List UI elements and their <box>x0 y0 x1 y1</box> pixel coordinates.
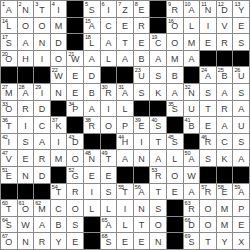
grid-cell-r5c6[interactable]: D <box>84 67 101 84</box>
grid-cell-r1c8[interactable]: 7Z <box>117 1 134 18</box>
grid-cell-r5c9[interactable]: 23U <box>134 67 151 84</box>
grid-cell-r13c14[interactable]: M <box>217 200 234 217</box>
grid-cell-r3c10[interactable]: 19C <box>150 34 167 51</box>
grid-cell-r11c3[interactable]: D <box>34 167 51 184</box>
clue-number: 57 <box>201 184 207 190</box>
grid-cell-r9c9[interactable]: I <box>134 134 151 151</box>
grid-cell-r3c4[interactable]: D <box>51 34 68 51</box>
grid-cell-r2c6[interactable]: 15A <box>84 18 101 35</box>
clue-number: 17 <box>2 34 8 40</box>
clue-number: 69 <box>185 233 191 239</box>
grid-cell-r4c8[interactable]: A <box>117 51 134 68</box>
grid-cell-r2c7[interactable]: C <box>101 18 118 35</box>
grid-cell-r13c12[interactable]: 63R <box>184 200 201 217</box>
cell-letter: A <box>105 221 111 232</box>
grid-cell-r6c12[interactable]: 32N <box>184 84 201 101</box>
grid-cell-r6c1[interactable]: 27M <box>1 84 18 101</box>
grid-cell-r6c4[interactable]: N <box>51 84 68 101</box>
cell-letter: S <box>155 122 161 133</box>
grid-cell-r8c9[interactable]: 39E <box>134 117 151 134</box>
cell-letter: W <box>21 221 30 232</box>
clue-number: 34 <box>68 101 74 107</box>
grid-cell-r10c12[interactable]: 50A <box>184 150 201 167</box>
grid-cell-r13c15[interactable]: P <box>233 200 250 217</box>
cell-letter: A <box>188 188 194 199</box>
cell-letter: B <box>56 221 62 232</box>
grid-cell-r15c3[interactable]: R <box>34 233 51 250</box>
cell-letter: K <box>56 122 62 133</box>
grid-cell-r3c11[interactable]: O <box>167 34 184 51</box>
grid-cell-r4c3[interactable]: I <box>34 51 51 68</box>
clue-number: 10 <box>185 1 191 7</box>
grid-cell-r8c8[interactable]: P <box>117 117 134 134</box>
grid-cell-r4c9[interactable]: B <box>134 51 151 68</box>
cell-letter: N <box>155 238 162 249</box>
grid-cell-r8c6[interactable]: 38R <box>84 117 101 134</box>
clue-number: 46 <box>201 134 207 140</box>
cell-letter: T <box>6 122 12 133</box>
grid-cell-r14c15[interactable]: E <box>233 217 250 234</box>
grid-cell-r11c11[interactable]: O <box>167 167 184 184</box>
cell-letter: E <box>205 122 211 133</box>
grid-cell-r9c10[interactable]: T <box>150 134 167 151</box>
grid-cell-r8c1[interactable]: 36T <box>1 117 18 134</box>
block-cell <box>84 134 101 151</box>
crossword-grid: 1A2N3T4I5S6I7Z8E9R10A11N12D13Y14LOOM15AC… <box>0 0 250 250</box>
grid-cell-r6c3[interactable]: 29I <box>34 84 51 101</box>
grid-cell-r6c13[interactable]: S <box>200 84 217 101</box>
grid-cell-r6c10[interactable]: K <box>150 84 167 101</box>
cell-letter: C <box>39 122 46 133</box>
grid-cell-r13c5[interactable]: O <box>67 200 84 217</box>
grid-cell-r3c6[interactable]: 18L <box>84 34 101 51</box>
grid-cell-r3c1[interactable]: 17S <box>1 34 18 51</box>
grid-cell-r15c8[interactable]: E <box>117 233 134 250</box>
grid-cell-r11c10[interactable]: 53R <box>150 167 167 184</box>
block-cell <box>150 1 167 18</box>
cell-letter: D <box>72 138 79 149</box>
grid-cell-r6c11[interactable]: A <box>167 84 184 101</box>
grid-cell-r7c14[interactable]: R <box>217 101 234 118</box>
grid-cell-r14c1[interactable]: 64S <box>1 217 18 234</box>
grid-cell-r6c8[interactable]: 31A <box>117 84 134 101</box>
grid-cell-r5c14[interactable]: 25B <box>217 67 234 84</box>
block-cell <box>67 117 84 134</box>
grid-cell-r9c2[interactable]: S <box>18 134 35 151</box>
cell-letter: D <box>188 221 195 232</box>
cell-letter: L <box>106 55 111 66</box>
grid-cell-r1c6[interactable]: 5S <box>84 1 101 18</box>
clue-number: 62 <box>35 200 41 206</box>
cell-letter: M <box>171 55 179 66</box>
grid-cell-r7c7[interactable]: I <box>101 101 118 118</box>
grid-cell-r14c9[interactable]: T <box>134 217 151 234</box>
grid-cell-r10c6[interactable]: 48N <box>84 150 101 167</box>
grid-cell-r8c14[interactable]: A <box>217 117 234 134</box>
grid-cell-r15c13[interactable]: T <box>200 233 217 250</box>
grid-cell-r2c4[interactable]: M <box>51 18 68 35</box>
grid-cell-r14c2[interactable]: W <box>18 217 35 234</box>
grid-cell-r2c2[interactable]: O <box>18 18 35 35</box>
grid-cell-r13c8[interactable]: I <box>117 200 134 217</box>
grid-cell-r9c4[interactable]: I <box>51 134 68 151</box>
grid-cell-r2c9[interactable]: R <box>134 18 151 35</box>
grid-cell-r10c14[interactable]: K <box>217 150 234 167</box>
cell-letter: H <box>22 55 29 66</box>
grid-cell-r3c12[interactable]: M <box>184 34 201 51</box>
grid-cell-r9c5[interactable]: 43D <box>67 134 84 151</box>
cell-letter: E <box>139 39 145 50</box>
grid-cell-r11c5[interactable]: 52G <box>67 167 84 184</box>
cell-letter: U <box>188 105 195 116</box>
cell-letter: I <box>124 205 127 216</box>
grid-cell-r10c2[interactable]: E <box>18 150 35 167</box>
grid-cell-r12c5[interactable]: R <box>67 184 84 201</box>
cell-letter: M <box>221 221 229 232</box>
cell-letter: M <box>188 39 196 50</box>
grid-cell-r4c11[interactable]: M <box>167 51 184 68</box>
block-cell <box>117 67 134 84</box>
clue-number: 68 <box>102 233 108 239</box>
grid-cell-r12c12[interactable]: A <box>184 184 201 201</box>
grid-cell-r10c10[interactable]: A <box>150 150 167 167</box>
grid-cell-r9c8[interactable]: 44H <box>117 134 134 151</box>
block-cell <box>1 67 18 84</box>
grid-cell-r15c7[interactable]: 68S <box>101 233 118 250</box>
clue-number: 13 <box>234 1 240 7</box>
grid-cell-r7c3[interactable]: D <box>34 101 51 118</box>
grid-cell-r8c4[interactable]: 37K <box>51 117 68 134</box>
grid-cell-r13c1[interactable]: 60T <box>1 200 18 217</box>
grid-cell-r4c6[interactable]: A <box>84 51 101 68</box>
grid-cell-r12c10[interactable]: T <box>150 184 167 201</box>
grid-cell-r2c15[interactable]: E <box>233 18 250 35</box>
grid-cell-r6c6[interactable]: B <box>84 84 101 101</box>
grid-cell-r12c11[interactable]: E <box>167 184 184 201</box>
cell-letter: L <box>6 22 11 33</box>
grid-cell-r2c13[interactable]: I <box>200 18 217 35</box>
grid-cell-r7c15[interactable]: A <box>233 101 250 118</box>
grid-cell-r1c9[interactable]: 8E <box>134 1 151 18</box>
block-cell <box>134 167 151 184</box>
cell-letter: K <box>155 89 161 100</box>
grid-cell-r14c12[interactable]: 66D <box>184 217 201 234</box>
grid-cell-r11c7[interactable]: E <box>101 167 118 184</box>
grid-cell-r7c5[interactable]: 34P <box>67 101 84 118</box>
grid-cell-r1c1[interactable]: 1A <box>1 1 18 18</box>
grid-cell-r8c13[interactable]: E <box>200 117 217 134</box>
grid-cell-r10c15[interactable]: A <box>233 150 250 167</box>
grid-cell-r15c9[interactable]: E <box>134 233 151 250</box>
grid-cell-r10c5[interactable]: O <box>67 150 84 167</box>
grid-cell-r1c12[interactable]: 10A <box>184 1 201 18</box>
cell-letter: A <box>155 155 161 166</box>
grid-cell-r6c9[interactable]: S <box>134 84 151 101</box>
block-cell <box>117 167 134 184</box>
cell-letter: A <box>122 89 128 100</box>
grid-cell-r12c7[interactable]: S <box>101 184 118 201</box>
grid-cell-r5c13[interactable]: 24A <box>200 67 217 84</box>
clue-number: 29 <box>35 84 41 90</box>
cell-letter: N <box>39 39 46 50</box>
grid-cell-r13c2[interactable]: 61O <box>18 200 35 217</box>
cell-letter: W <box>71 55 80 66</box>
grid-cell-r14c10[interactable]: O <box>150 217 167 234</box>
block-cell <box>167 233 184 250</box>
block-cell <box>67 18 84 35</box>
cell-letter: S <box>172 138 178 149</box>
grid-cell-r12c4[interactable]: 54T <box>51 184 68 201</box>
grid-cell-r12c6[interactable]: I <box>84 184 101 201</box>
grid-cell-r13c3[interactable]: 62M <box>34 200 51 217</box>
grid-cell-r14c14[interactable]: M <box>217 217 234 234</box>
cell-letter: U <box>238 72 245 83</box>
grid-cell-r4c4[interactable]: O <box>51 51 68 68</box>
grid-cell-r15c10[interactable]: N <box>150 233 167 250</box>
grid-cell-r4c2[interactable]: H <box>18 51 35 68</box>
grid-cell-r12c13[interactable]: 57R <box>200 184 217 201</box>
block-cell <box>18 184 35 201</box>
cell-letter: O <box>72 205 79 216</box>
grid-cell-r6c14[interactable]: A <box>217 84 234 101</box>
crossword-board: 1A2N3T4I5S6I7Z8E9R10A11N12D13Y14LOOM15AC… <box>0 0 250 250</box>
cell-letter: E <box>89 172 95 183</box>
clue-number: 55 <box>118 184 124 190</box>
cell-letter: Z <box>122 6 128 17</box>
cell-letter: R <box>138 22 145 33</box>
cell-letter: A <box>139 188 145 199</box>
grid-cell-r1c2[interactable]: 2N <box>18 1 35 18</box>
grid-cell-r15c4[interactable]: Y <box>51 233 68 250</box>
clue-number: 8 <box>135 1 138 7</box>
grid-cell-r9c11[interactable]: 45S <box>167 134 184 151</box>
grid-cell-r4c7[interactable]: L <box>101 51 118 68</box>
cell-letter: P <box>72 105 78 116</box>
grid-cell-r3c13[interactable]: E <box>200 34 217 51</box>
grid-cell-r1c7[interactable]: 6I <box>101 1 118 18</box>
grid-cell-r14c8[interactable]: L <box>117 217 134 234</box>
grid-cell-r9c3[interactable]: A <box>34 134 51 151</box>
clue-number: 23 <box>135 67 141 73</box>
cell-letter: I <box>140 138 143 149</box>
grid-cell-r2c11[interactable]: 16O <box>167 18 184 35</box>
cell-letter: B <box>172 72 178 83</box>
grid-cell-r11c1[interactable]: 51E <box>1 167 18 184</box>
grid-cell-r11c12[interactable]: W <box>184 167 201 184</box>
grid-cell-r5c11[interactable]: B <box>167 67 184 84</box>
grid-cell-r9c1[interactable]: 42I <box>1 134 18 151</box>
cell-letter: R <box>39 155 46 166</box>
cell-letter: B <box>139 55 145 66</box>
grid-cell-r3c3[interactable]: N <box>34 34 51 51</box>
grid-cell-r7c11[interactable]: 35S <box>167 101 184 118</box>
cell-letter: O <box>105 122 112 133</box>
cell-letter: R <box>172 6 179 17</box>
cell-letter: I <box>107 6 110 17</box>
cell-letter: A <box>39 221 45 232</box>
grid-cell-r15c14[interactable]: Y <box>217 233 234 250</box>
grid-cell-r10c8[interactable]: A <box>117 150 134 167</box>
grid-cell-r7c6[interactable]: A <box>84 101 101 118</box>
grid-cell-r8c10[interactable]: 40S <box>150 117 167 134</box>
grid-cell-r2c1[interactable]: 14L <box>1 18 18 35</box>
clue-number: 54 <box>52 184 58 190</box>
grid-cell-r10c9[interactable]: N <box>134 150 151 167</box>
grid-cell-r1c15[interactable]: 13Y <box>233 1 250 18</box>
grid-cell-r4c1[interactable]: 20O <box>1 51 18 68</box>
grid-cell-r3c7[interactable]: A <box>101 34 118 51</box>
grid-cell-r15c15[interactable]: X <box>233 233 250 250</box>
cell-letter: O <box>171 172 178 183</box>
grid-cell-r13c13[interactable]: O <box>200 200 217 217</box>
cell-letter: Y <box>56 238 62 249</box>
grid-cell-r12c15[interactable]: 59A <box>233 184 250 201</box>
grid-cell-r1c13[interactable]: 11N <box>200 1 217 18</box>
grid-cell-r7c12[interactable]: U <box>184 101 201 118</box>
grid-cell-r14c3[interactable]: A <box>34 217 51 234</box>
grid-cell-r12c8[interactable]: 55T <box>117 184 134 201</box>
grid-cell-r1c4[interactable]: 4I <box>51 1 68 18</box>
grid-cell-r2c3[interactable]: O <box>34 18 51 35</box>
cell-letter: L <box>122 105 127 116</box>
grid-cell-r10c11[interactable]: L <box>167 150 184 167</box>
clue-number: 64 <box>2 217 8 223</box>
grid-cell-r10c3[interactable]: R <box>34 150 51 167</box>
clue-number: 45 <box>168 134 174 140</box>
grid-cell-r3c8[interactable]: T <box>117 34 134 51</box>
grid-cell-r5c5[interactable]: E <box>67 67 84 84</box>
cell-letter: O <box>5 105 12 116</box>
cell-letter: S <box>205 155 211 166</box>
cell-letter: A <box>205 72 211 83</box>
grid-cell-r15c2[interactable]: N <box>18 233 35 250</box>
grid-cell-r2c14[interactable]: V <box>217 18 234 35</box>
cell-letter: R <box>221 105 228 116</box>
grid-cell-r13c4[interactable]: C <box>51 200 68 217</box>
grid-cell-r4c12[interactable]: A <box>184 51 201 68</box>
grid-cell-r3c9[interactable]: E <box>134 34 151 51</box>
grid-cell-r14c13[interactable]: O <box>200 217 217 234</box>
grid-cell-r4c5[interactable]: 21W <box>67 51 84 68</box>
clue-number: 44 <box>118 134 124 140</box>
grid-cell-r15c12[interactable]: 69S <box>184 233 201 250</box>
cell-letter: A <box>22 39 28 50</box>
grid-cell-r5c4[interactable]: 22W <box>51 67 68 84</box>
grid-cell-r8c15[interactable]: U <box>233 117 250 134</box>
clue-number: 41 <box>185 117 191 123</box>
grid-cell-r13c6[interactable]: L <box>84 200 101 217</box>
clue-number: 56 <box>135 184 141 190</box>
grid-cell-r14c4[interactable]: B <box>51 217 68 234</box>
grid-cell-r10c4[interactable]: M <box>51 150 68 167</box>
cell-letter: A <box>155 55 161 66</box>
grid-cell-r8c3[interactable]: C <box>34 117 51 134</box>
grid-cell-r3c14[interactable]: R <box>217 34 234 51</box>
grid-cell-r1c11[interactable]: 9R <box>167 1 184 18</box>
cell-letter: T <box>106 155 112 166</box>
grid-cell-r1c14[interactable]: 12D <box>217 1 234 18</box>
grid-cell-r11c6[interactable]: E <box>84 167 101 184</box>
clue-number: 1 <box>2 1 5 7</box>
grid-cell-r7c13[interactable]: T <box>200 101 217 118</box>
grid-cell-r2c8[interactable]: E <box>117 18 134 35</box>
grid-cell-r8c2[interactable]: I <box>18 117 35 134</box>
clue-number: 22 <box>52 67 58 73</box>
clue-number: 63 <box>185 200 191 206</box>
grid-cell-r7c1[interactable]: 33O <box>1 101 18 118</box>
grid-cell-r12c9[interactable]: 56A <box>134 184 151 201</box>
grid-cell-r7c2[interactable]: R <box>18 101 35 118</box>
grid-cell-r6c7[interactable]: 30R <box>101 84 118 101</box>
cell-letter: E <box>139 122 145 133</box>
grid-cell-r10c1[interactable]: 47V <box>1 150 18 167</box>
grid-cell-r13c9[interactable]: N <box>134 200 151 217</box>
block-cell <box>134 101 151 118</box>
cell-letter: N <box>138 155 145 166</box>
cell-letter: A <box>188 155 194 166</box>
grid-cell-r6c15[interactable]: S <box>233 84 250 101</box>
grid-cell-r2c12[interactable]: L <box>184 18 201 35</box>
grid-cell-r13c7[interactable]: L <box>101 200 118 217</box>
cell-letter: S <box>172 105 178 116</box>
grid-cell-r9c15[interactable]: S <box>233 134 250 151</box>
cell-letter: L <box>172 155 177 166</box>
grid-cell-r10c7[interactable]: 49T <box>101 150 118 167</box>
clue-number: 30 <box>102 84 108 90</box>
cell-letter: E <box>6 172 12 183</box>
grid-cell-r3c15[interactable]: S <box>233 34 250 51</box>
cell-letter: P <box>122 122 128 133</box>
grid-cell-r1c3[interactable]: 3T <box>34 1 51 18</box>
grid-cell-r5c15[interactable]: 26U <box>233 67 250 84</box>
cell-letter: I <box>57 6 60 17</box>
grid-cell-r9c13[interactable]: 46R <box>200 134 217 151</box>
clue-number: 31 <box>118 84 124 90</box>
grid-cell-r5c10[interactable]: S <box>150 67 167 84</box>
grid-cell-r14c7[interactable]: 65A <box>101 217 118 234</box>
clue-number: 12 <box>218 1 224 7</box>
grid-cell-r6c2[interactable]: 28A <box>18 84 35 101</box>
block-cell <box>200 167 217 184</box>
grid-cell-r12c14[interactable]: 58E <box>217 184 234 201</box>
grid-cell-r4c10[interactable]: A <box>150 51 167 68</box>
grid-cell-r14c5[interactable]: S <box>67 217 84 234</box>
cell-letter: E <box>139 238 145 249</box>
grid-cell-r8c7[interactable]: O <box>101 117 118 134</box>
block-cell <box>1 184 18 201</box>
cell-letter: N <box>89 155 96 166</box>
cell-letter: T <box>122 188 128 199</box>
clue-number: 2 <box>19 1 22 7</box>
grid-cell-r10c13[interactable]: S <box>200 150 217 167</box>
block-cell <box>217 51 234 68</box>
grid-cell-r7c8[interactable]: L <box>117 101 134 118</box>
cell-letter: D <box>89 72 96 83</box>
grid-cell-r3c2[interactable]: A <box>18 34 35 51</box>
grid-cell-r13c10[interactable]: S <box>150 200 167 217</box>
grid-cell-r15c1[interactable]: 67O <box>1 233 18 250</box>
cell-letter: I <box>8 138 11 149</box>
grid-cell-r9c14[interactable]: C <box>217 134 234 151</box>
block-cell <box>150 101 167 118</box>
grid-cell-r6c5[interactable]: E <box>67 84 84 101</box>
cell-letter: S <box>6 39 12 50</box>
grid-cell-r15c5[interactable]: E <box>67 233 84 250</box>
cell-letter: A <box>222 122 228 133</box>
grid-cell-r8c12[interactable]: 41B <box>184 117 201 134</box>
grid-cell-r11c2[interactable]: N <box>18 167 35 184</box>
cell-letter: A <box>238 105 244 116</box>
